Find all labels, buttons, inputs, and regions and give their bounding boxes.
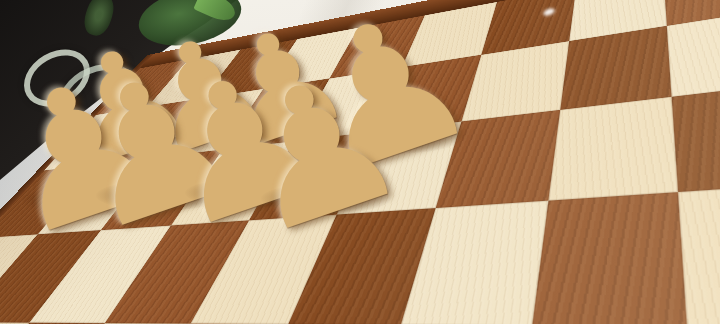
photo-frame: ♟♟♟♟♟♟♟♟: [0, 0, 720, 324]
board-square[interactable]: [548, 97, 678, 201]
board-square[interactable]: [532, 192, 687, 324]
board-square[interactable]: [672, 82, 720, 192]
